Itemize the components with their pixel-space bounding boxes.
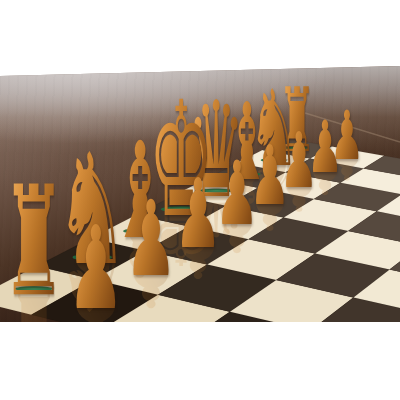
background-top: [0, 0, 400, 66]
piece-white-pawn-h2: ♟: [67, 211, 125, 326]
piece-white-rook-h1: ♜: [2, 166, 66, 317]
piece-white-pawn-f2: ♟: [174, 167, 222, 263]
chess-set-photo: ♜♜♞♞♝♝♛♛♚♚♝♝♞♞♜♜♟♟♟♟♟♟♟♟♟♟♟♟♟♟♟♟ Antique…: [0, 0, 400, 400]
background-bottom: [0, 322, 400, 400]
piece-white-pawn-g2: ♟: [125, 187, 178, 292]
